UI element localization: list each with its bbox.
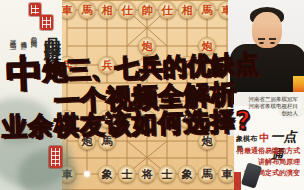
credential-line: 河南省三届象棋冠军 [236, 96, 298, 103]
xiangqi-piece-black: 象 [178, 165, 196, 183]
eye [259, 42, 264, 44]
xiangqi-piece-red: 馬 [198, 1, 216, 19]
xiangqi-piece-black: 馬 [198, 165, 216, 183]
slogan-line: 讲解布局原理 [234, 157, 300, 168]
xiangqi-piece-red: 帥 [138, 1, 156, 19]
title-line-1-first-char: 中 [5, 51, 43, 95]
xiangqi-piece-black: 象 [98, 165, 116, 183]
channel-logo-accent: 中 [260, 131, 270, 145]
red-seal-stamp-icon [29, 3, 41, 16]
video-thumbnail: 車馬相仕帥仕相馬車炮炮兵兵兵兵兵卒卒卒卒卒炮馬炮車象士将士象馬車 丹阳歌海阔 青… [0, 0, 304, 190]
title-line-3: 业余棋友该如何选择? [2, 104, 252, 144]
xiangqi-piece-red: 相 [178, 1, 196, 19]
red-seal-stamp-icon [49, 146, 62, 168]
red-seal-stamp-icon [40, 15, 53, 30]
xiangqi-piece-red: 仕 [118, 1, 136, 19]
xiangqi-piece-black: 将 [138, 165, 156, 183]
xiangqi-piece-red: 馬 [78, 1, 96, 19]
move-origin-dot [84, 171, 90, 177]
eye [270, 42, 275, 44]
eyebrow [258, 38, 265, 40]
xiangqi-piece-black: 士 [158, 165, 176, 183]
xiangqi-piece-red: 仕 [158, 1, 176, 19]
slogan-line: 用最通俗易懂的方式 [234, 146, 300, 157]
red-strip-decoration [234, 172, 241, 190]
xiangqi-piece-red: 相 [98, 1, 116, 19]
eyebrow [269, 38, 276, 40]
presenter-head [252, 12, 282, 48]
xiangqi-piece-black: 士 [118, 165, 136, 183]
